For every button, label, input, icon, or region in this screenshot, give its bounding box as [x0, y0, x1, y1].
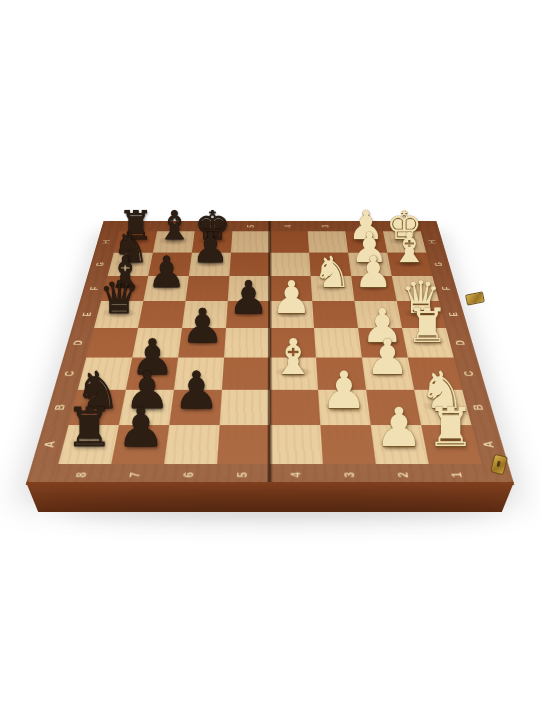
piece-black-pawn-a7[interactable]: ♟: [117, 401, 165, 455]
piece-black-queen-e8[interactable]: ♛: [99, 275, 139, 320]
piece-white-pawn-a2[interactable]: ♟: [375, 401, 423, 455]
rank-label-top-5-text: 5: [247, 225, 256, 228]
file-label-right-G-text: G: [434, 262, 445, 266]
piece-white-rook-a1[interactable]: ♜: [426, 401, 474, 455]
square-b4[interactable]: [270, 390, 320, 425]
file-label-left-H-text: H: [102, 240, 113, 244]
piece-white-pawn-b3[interactable]: ♟: [321, 365, 367, 416]
piece-black-bishop-h7[interactable]: ♝: [156, 205, 192, 245]
rank-label-bottom-5: 5: [216, 464, 270, 485]
piece-white-pawn-e4[interactable]: ♟: [271, 275, 311, 320]
rank-label-top-4: 4: [270, 221, 308, 231]
brass-hinge: [465, 291, 485, 306]
square-h4[interactable]: [270, 231, 309, 252]
piece-white-rook-d1[interactable]: ♜: [406, 302, 448, 349]
rank-label-bottom-8-text: 8: [75, 472, 90, 477]
square-b5[interactable]: [220, 390, 270, 425]
piece-white-pawn-c2[interactable]: ♟: [365, 332, 409, 381]
file-label-right-A-text: A: [482, 441, 497, 447]
file-label-left-E-text: E: [81, 312, 93, 316]
rank-label-bottom-3: 3: [323, 464, 379, 485]
rank-label-top-5: 5: [232, 221, 270, 231]
square-f6[interactable]: [186, 276, 230, 301]
rank-label-bottom-5-text: 5: [236, 472, 250, 477]
square-h5[interactable]: [231, 231, 270, 252]
file-label-left-D-text: D: [73, 340, 86, 345]
rank-label-bottom-8: 8: [53, 464, 111, 485]
rank-label-bottom-6: 6: [161, 464, 217, 485]
square-a6[interactable]: [164, 425, 219, 464]
square-e7[interactable]: [138, 301, 186, 328]
rank-label-bottom-1: 1: [429, 464, 487, 485]
board-shadow: [60, 498, 500, 520]
rank-label-top-4-text: 4: [284, 225, 293, 228]
piece-white-bishop-c4[interactable]: ♝: [271, 332, 315, 381]
file-label-right-H-text: H: [428, 240, 439, 244]
file-label-right-D-text: D: [455, 340, 468, 345]
rank-label-bottom-4: 4: [270, 464, 324, 485]
file-label-right-F-text: F: [440, 286, 451, 289]
rank-label-bottom-6-text: 6: [183, 472, 197, 477]
rank-label-top-3: 3: [307, 221, 345, 231]
square-a5[interactable]: [217, 425, 270, 464]
piece-black-pawn-f7[interactable]: ♟: [147, 250, 186, 293]
piece-black-pawn-b6[interactable]: ♟: [173, 365, 219, 416]
rank-label-bottom-7-text: 7: [129, 472, 143, 477]
rank-label-bottom-1-text: 1: [450, 472, 465, 477]
rank-label-bottom-7: 7: [107, 464, 164, 485]
square-d5[interactable]: [224, 328, 270, 358]
square-a3[interactable]: [320, 425, 375, 464]
rank-label-bottom-2: 2: [376, 464, 433, 485]
rank-label-bottom-4-text: 4: [290, 472, 304, 477]
square-c5[interactable]: [222, 358, 270, 390]
piece-white-bishop-g1[interactable]: ♝: [391, 227, 428, 269]
piece-white-pawn-f2[interactable]: ♟: [354, 250, 393, 293]
square-e3[interactable]: [312, 301, 358, 328]
piece-black-pawn-e5[interactable]: ♟: [228, 275, 268, 320]
square-d3[interactable]: [314, 328, 362, 358]
rank-label-bottom-3-text: 3: [343, 472, 357, 477]
square-a4[interactable]: [270, 425, 323, 464]
file-label-left-A-text: A: [43, 441, 58, 447]
piece-white-knight-f3[interactable]: ♞: [313, 250, 352, 293]
piece-black-rook-a8[interactable]: ♜: [65, 401, 113, 455]
rank-label-bottom-2-text: 2: [397, 472, 411, 477]
product-photo-page: { "game": "chess", "position": { "fen": …: [0, 0, 540, 720]
piece-black-pawn-g6[interactable]: ♟: [192, 227, 229, 269]
file-label-right-E-text: E: [447, 312, 459, 316]
file-label-left-G-text: G: [95, 262, 106, 266]
piece-black-pawn-d6[interactable]: ♟: [182, 302, 224, 349]
rank-label-top-3-text: 3: [321, 225, 331, 228]
